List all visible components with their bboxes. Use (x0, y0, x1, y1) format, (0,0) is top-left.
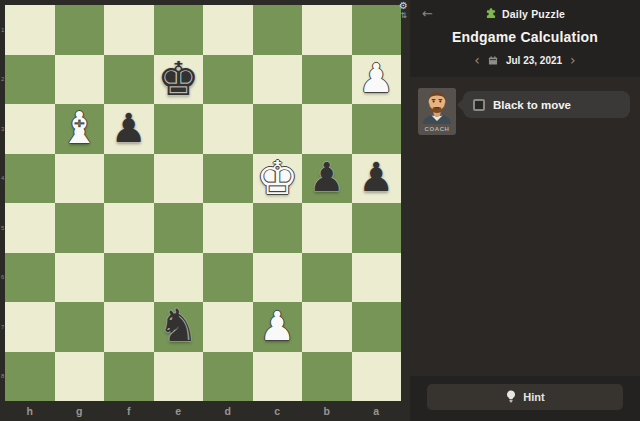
daily-puzzle-label: Daily Puzzle (502, 8, 565, 20)
coach-avatar: COACH (418, 88, 456, 135)
square-c2[interactable] (253, 55, 303, 105)
calendar-icon (488, 55, 498, 66)
square-h8[interactable] (5, 352, 55, 402)
settings-gear-icon[interactable]: ⚙ (399, 1, 408, 11)
square-d7[interactable] (203, 302, 253, 352)
square-e8[interactable] (154, 352, 204, 402)
board-region: ♚♟♝♟♚♟♟♞♟ 12345678 hgfedcba ⚙ ⇅ (0, 0, 410, 421)
black-pawn-f3[interactable]: ♟ (111, 108, 147, 148)
square-h2[interactable] (5, 55, 55, 105)
square-c5[interactable] (253, 203, 303, 253)
square-f6[interactable] (104, 253, 154, 303)
square-c3[interactable] (253, 104, 303, 154)
black-king-e2[interactable]: ♚ (157, 55, 199, 102)
black-knight-e7[interactable]: ♞ (158, 303, 198, 348)
square-h7[interactable] (5, 302, 55, 352)
square-a2[interactable]: ♟ (352, 55, 402, 105)
square-g2[interactable] (55, 55, 105, 105)
daily-puzzle-badge: Daily Puzzle (485, 8, 565, 20)
puzzle-date[interactable]: Jul 23, 2021 (506, 55, 562, 66)
square-f5[interactable] (104, 203, 154, 253)
square-a7[interactable] (352, 302, 402, 352)
square-f2[interactable] (104, 55, 154, 105)
file-labels: hgfedcba (5, 400, 401, 421)
square-b1[interactable] (302, 5, 352, 55)
chess-board: ♚♟♝♟♚♟♟♞♟ (5, 5, 401, 401)
black-pawn-b4[interactable]: ♟ (309, 157, 345, 197)
rank-label-8: 8 (0, 352, 5, 402)
lightbulb-icon (505, 390, 517, 404)
square-b3[interactable] (302, 104, 352, 154)
square-g1[interactable] (55, 5, 105, 55)
daily-puzzle-app: ♚♟♝♟♚♟♟♞♟ 12345678 hgfedcba ⚙ ⇅ ← Daily … (0, 0, 640, 421)
board-controls: ⚙ ⇅ (399, 1, 408, 20)
square-d5[interactable] (203, 203, 253, 253)
file-label-g: g (55, 400, 105, 421)
square-g5[interactable] (55, 203, 105, 253)
square-h4[interactable] (5, 154, 55, 204)
square-e1[interactable] (154, 5, 204, 55)
rank-label-4: 4 (0, 154, 5, 204)
file-label-h: h (5, 400, 55, 421)
square-a8[interactable] (352, 352, 402, 402)
file-label-e: e (154, 400, 204, 421)
prev-puzzle-chevron-icon[interactable]: ‹ (474, 53, 480, 67)
square-b5[interactable] (302, 203, 352, 253)
rank-label-7: 7 (0, 302, 5, 352)
topbar: ← Daily Puzzle (418, 5, 632, 22)
square-a3[interactable] (352, 104, 402, 154)
square-a5[interactable] (352, 203, 402, 253)
square-b6[interactable] (302, 253, 352, 303)
file-label-a: a (352, 400, 402, 421)
square-f7[interactable] (104, 302, 154, 352)
square-a1[interactable] (352, 5, 402, 55)
rank-label-5: 5 (0, 203, 5, 253)
panel-footer: Hint (410, 376, 640, 421)
square-b8[interactable] (302, 352, 352, 402)
coach-column: COACH (418, 88, 456, 135)
square-e4[interactable] (154, 154, 204, 204)
white-bishop-g3[interactable]: ♝ (60, 106, 99, 150)
square-a6[interactable] (352, 253, 402, 303)
square-e6[interactable] (154, 253, 204, 303)
next-puzzle-chevron-icon[interactable]: › (570, 53, 576, 67)
square-d1[interactable] (203, 5, 253, 55)
square-d2[interactable] (203, 55, 253, 105)
hint-button[interactable]: Hint (427, 384, 623, 410)
square-b7[interactable] (302, 302, 352, 352)
coach-label: COACH (425, 124, 450, 135)
rank-label-1: 1 (0, 5, 5, 55)
square-c4[interactable]: ♚ (253, 154, 303, 204)
square-g3[interactable]: ♝ (55, 104, 105, 154)
square-b4[interactable]: ♟ (302, 154, 352, 204)
square-c1[interactable] (253, 5, 303, 55)
square-g6[interactable] (55, 253, 105, 303)
white-pawn-a2[interactable]: ♟ (358, 58, 394, 98)
square-c6[interactable] (253, 253, 303, 303)
square-d8[interactable] (203, 352, 253, 402)
coach-message-bubble: Black to move (463, 91, 630, 118)
puzzle-title: Endgame Calculation (418, 29, 632, 45)
square-f4[interactable] (104, 154, 154, 204)
white-king-c4[interactable]: ♚ (256, 154, 298, 201)
square-h1[interactable] (5, 5, 55, 55)
square-f8[interactable] (104, 352, 154, 402)
square-d6[interactable] (203, 253, 253, 303)
square-c8[interactable] (253, 352, 303, 402)
square-h3[interactable] (5, 104, 55, 154)
square-e5[interactable] (154, 203, 204, 253)
square-e7[interactable]: ♞ (154, 302, 204, 352)
square-e3[interactable] (154, 104, 204, 154)
file-label-f: f (104, 400, 154, 421)
square-g4[interactable] (55, 154, 105, 204)
square-f3[interactable]: ♟ (104, 104, 154, 154)
square-e2[interactable]: ♚ (154, 55, 204, 105)
date-navigator: ‹ Jul 23, 2021 › (418, 53, 632, 67)
file-label-d: d (203, 400, 253, 421)
panel-header: ← Daily Puzzle Endgame Calculation ‹ (410, 0, 640, 77)
square-a4[interactable]: ♟ (352, 154, 402, 204)
square-g8[interactable] (55, 352, 105, 402)
white-pawn-c7[interactable]: ♟ (259, 306, 295, 346)
side-to-move-indicator (473, 99, 485, 111)
file-label-b: b (302, 400, 352, 421)
black-pawn-a4[interactable]: ♟ (358, 157, 394, 197)
puzzle-panel: ← Daily Puzzle Endgame Calculation ‹ (410, 0, 640, 421)
flip-board-icon[interactable]: ⇅ (400, 12, 407, 20)
rank-label-3: 3 (0, 104, 5, 154)
square-d3[interactable] (203, 104, 253, 154)
hint-button-label: Hint (523, 391, 544, 403)
square-g7[interactable] (55, 302, 105, 352)
rank-label-2: 2 (0, 55, 5, 105)
back-arrow-icon[interactable]: ← (422, 5, 433, 22)
side-to-move-text: Black to move (493, 99, 571, 111)
square-h5[interactable] (5, 203, 55, 253)
panel-body: COACH Black to move (410, 77, 640, 376)
square-f1[interactable] (104, 5, 154, 55)
puzzle-piece-icon (485, 8, 497, 20)
square-d4[interactable] (203, 154, 253, 204)
square-c7[interactable]: ♟ (253, 302, 303, 352)
square-h6[interactable] (5, 253, 55, 303)
rank-label-6: 6 (0, 253, 5, 303)
file-label-c: c (253, 400, 303, 421)
square-b2[interactable] (302, 55, 352, 105)
rank-labels: 12345678 (0, 5, 5, 401)
